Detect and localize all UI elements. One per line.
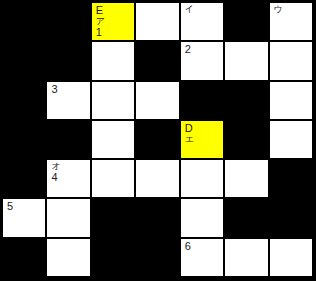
cell-r4c1-block — [2, 120, 46, 159]
cell-r4c7[interactable] — [269, 120, 313, 159]
cell-r4c2-block — [46, 120, 90, 159]
cell-r7c1-block — [2, 238, 46, 277]
cell-r6c1[interactable]: 5 — [2, 198, 46, 237]
cell-r3c4[interactable] — [135, 81, 179, 120]
cell-label: D — [185, 122, 193, 134]
cell-r2c2-block — [46, 41, 90, 80]
cell-r7c2[interactable] — [46, 238, 90, 277]
cell-label: E — [96, 4, 103, 16]
cell-label: 3 — [51, 83, 57, 95]
crossword-puzzle: Eア1イウ23Dエオ456 — [0, 0, 316, 281]
cell-r3c6-block — [224, 81, 268, 120]
cell-r4c4-block — [135, 120, 179, 159]
cell-r6c7-block — [269, 198, 313, 237]
cell-label: オ — [51, 161, 60, 171]
cell-r4c3[interactable] — [91, 120, 135, 159]
cell-r2c1-block — [2, 41, 46, 80]
cell-r2c3[interactable] — [91, 41, 135, 80]
cell-label: ア — [96, 16, 105, 26]
cell-r2c4-block — [135, 41, 179, 80]
cell-r7c3-block — [91, 238, 135, 277]
cell-r5c3[interactable] — [91, 159, 135, 198]
cell-label: 1 — [96, 26, 102, 38]
cell-r6c2[interactable] — [46, 198, 90, 237]
cell-label: 5 — [7, 200, 13, 212]
cell-r6c5[interactable] — [180, 198, 224, 237]
cell-r2c6[interactable] — [224, 41, 268, 80]
cell-r1c7[interactable]: ウ — [269, 2, 313, 41]
cell-r1c1-block — [2, 2, 46, 41]
cell-r1c6-block — [224, 2, 268, 41]
cell-r5c5[interactable] — [180, 159, 224, 198]
cell-r5c7-block — [269, 159, 313, 198]
cell-r2c5[interactable]: 2 — [180, 41, 224, 80]
cell-r1c4[interactable] — [135, 2, 179, 41]
cell-r5c1-block — [2, 159, 46, 198]
cell-r3c1-block — [2, 81, 46, 120]
cell-r1c5[interactable]: イ — [180, 2, 224, 41]
cell-r6c4-block — [135, 198, 179, 237]
cell-r3c5-block — [180, 81, 224, 120]
cell-r7c4-block — [135, 238, 179, 277]
cell-r3c3[interactable] — [91, 81, 135, 120]
cell-r3c7[interactable] — [269, 81, 313, 120]
cell-r5c2[interactable]: オ4 — [46, 159, 90, 198]
cell-r7c7[interactable] — [269, 238, 313, 277]
cell-r4c5[interactable]: Dエ — [180, 120, 224, 159]
cell-r5c6[interactable] — [224, 159, 268, 198]
cell-r1c2-block — [46, 2, 90, 41]
cell-r4c6-block — [224, 120, 268, 159]
cell-r6c3-block — [91, 198, 135, 237]
crossword-board: Eア1イウ23Dエオ456 — [2, 2, 313, 277]
cell-r6c6-block — [224, 198, 268, 237]
cell-r5c4[interactable] — [135, 159, 179, 198]
cell-label: 2 — [185, 43, 191, 55]
cell-r7c5[interactable]: 6 — [180, 238, 224, 277]
cell-r2c7[interactable] — [269, 41, 313, 80]
cell-label: ウ — [274, 4, 283, 14]
cell-r1c3[interactable]: Eア1 — [91, 2, 135, 41]
cell-label: 6 — [185, 240, 191, 252]
cell-r3c2[interactable]: 3 — [46, 81, 90, 120]
cell-label: イ — [185, 4, 194, 14]
cell-r7c6[interactable] — [224, 238, 268, 277]
cell-label: 4 — [51, 171, 57, 183]
cell-label: エ — [185, 134, 194, 144]
